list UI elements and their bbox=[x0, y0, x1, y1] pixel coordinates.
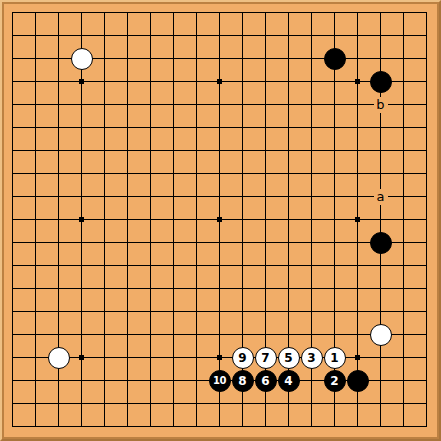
stone-black-p3: 2 bbox=[324, 370, 346, 392]
stone-black-n3: 4 bbox=[278, 370, 300, 392]
stone-white-p4: 1 bbox=[324, 347, 346, 369]
move-number: 9 bbox=[238, 352, 246, 364]
move-number: 4 bbox=[284, 375, 292, 387]
stone-white-c4 bbox=[48, 347, 70, 369]
move-number: 3 bbox=[307, 352, 315, 364]
move-number: 7 bbox=[261, 352, 269, 364]
stone-black-l3: 8 bbox=[232, 370, 254, 392]
move-number: 10 bbox=[213, 376, 226, 386]
stone-black-q3 bbox=[347, 370, 369, 392]
stone-white-l4: 9 bbox=[232, 347, 254, 369]
move-number: 8 bbox=[238, 375, 246, 387]
go-board: 13579246810ba bbox=[0, 0, 441, 441]
stone-white-d17 bbox=[71, 48, 93, 70]
stone-black-k3: 10 bbox=[209, 370, 231, 392]
stone-black-r16 bbox=[370, 71, 392, 93]
stone-white-m4: 7 bbox=[255, 347, 277, 369]
move-number: 5 bbox=[284, 352, 292, 364]
board-label-b: b bbox=[374, 97, 388, 113]
board-label-a: a bbox=[374, 189, 388, 205]
stone-black-m3: 6 bbox=[255, 370, 277, 392]
stone-white-o4: 3 bbox=[301, 347, 323, 369]
move-number: 6 bbox=[261, 375, 269, 387]
move-number: 1 bbox=[330, 352, 338, 364]
stone-black-r9 bbox=[370, 232, 392, 254]
move-number: 2 bbox=[330, 375, 338, 387]
board-grid: 13579246810ba bbox=[1, 1, 438, 438]
stone-white-r5 bbox=[370, 324, 392, 346]
stone-white-n4: 5 bbox=[278, 347, 300, 369]
stone-black-p17 bbox=[324, 48, 346, 70]
